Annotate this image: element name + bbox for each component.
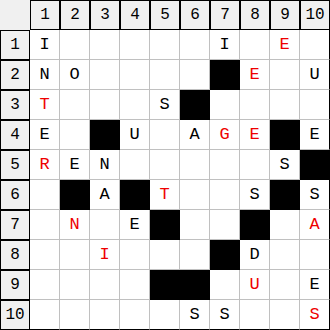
grid-cell-2-6[interactable]: [180, 60, 210, 90]
grid-cell-4-1[interactable]: E: [30, 120, 60, 150]
block-cell-4-9: [270, 120, 300, 150]
grid-cell-5-4[interactable]: [120, 150, 150, 180]
grid-cell-10-2[interactable]: [60, 300, 90, 330]
grid-cell-9-7[interactable]: [210, 270, 240, 300]
corner-cell: [0, 0, 30, 30]
grid-cell-10-7[interactable]: S: [210, 300, 240, 330]
grid-cell-10-8[interactable]: [240, 300, 270, 330]
block-cell-8-7: [210, 240, 240, 270]
row-header-7: 7: [0, 210, 30, 240]
grid-cell-9-3[interactable]: [90, 270, 120, 300]
grid-cell-10-9[interactable]: [270, 300, 300, 330]
grid-cell-1-2[interactable]: [60, 30, 90, 60]
grid-cell-7-3[interactable]: [90, 210, 120, 240]
grid-cell-10-5[interactable]: [150, 300, 180, 330]
row-header-10: 10: [0, 300, 30, 330]
col-header-2: 2: [60, 0, 90, 30]
grid-cell-1-8[interactable]: [240, 30, 270, 60]
block-cell-9-6: [180, 270, 210, 300]
grid-cell-1-4[interactable]: [120, 30, 150, 60]
grid-cell-9-1[interactable]: [30, 270, 60, 300]
col-header-1: 1: [30, 0, 60, 30]
block-cell-7-8: [240, 210, 270, 240]
crossword-board: 123456789101IIE2NOEU3TS4EUAGEE5RENS6ATSS…: [0, 0, 330, 330]
grid-cell-6-8[interactable]: S: [240, 180, 270, 210]
grid-cell-5-1[interactable]: R: [30, 150, 60, 180]
grid-cell-6-10[interactable]: S: [300, 180, 330, 210]
grid-cell-2-3[interactable]: [90, 60, 120, 90]
grid-cell-3-8[interactable]: [240, 90, 270, 120]
block-cell-4-3: [90, 120, 120, 150]
grid-cell-8-6[interactable]: [180, 240, 210, 270]
grid-cell-3-5[interactable]: S: [150, 90, 180, 120]
block-cell-3-6: [180, 90, 210, 120]
grid-cell-3-4[interactable]: [120, 90, 150, 120]
grid-cell-7-2[interactable]: N: [60, 210, 90, 240]
grid-cell-9-2[interactable]: [60, 270, 90, 300]
grid-cell-8-4[interactable]: [120, 240, 150, 270]
grid-cell-10-1[interactable]: [30, 300, 60, 330]
grid-cell-2-5[interactable]: [150, 60, 180, 90]
col-header-7: 7: [210, 0, 240, 30]
grid-cell-8-1[interactable]: [30, 240, 60, 270]
grid-cell-10-3[interactable]: [90, 300, 120, 330]
block-cell-5-10: [300, 150, 330, 180]
grid-cell-5-3[interactable]: N: [90, 150, 120, 180]
row-header-8: 8: [0, 240, 30, 270]
grid-cell-2-4[interactable]: [120, 60, 150, 90]
grid-cell-9-8[interactable]: U: [240, 270, 270, 300]
grid-cell-6-1[interactable]: [30, 180, 60, 210]
grid-cell-3-1[interactable]: T: [30, 90, 60, 120]
grid-cell-10-10[interactable]: S: [300, 300, 330, 330]
grid-cell-2-9[interactable]: [270, 60, 300, 90]
col-header-4: 4: [120, 0, 150, 30]
grid-cell-5-2[interactable]: E: [60, 150, 90, 180]
row-header-2: 2: [0, 60, 30, 90]
grid-cell-2-8[interactable]: E: [240, 60, 270, 90]
grid-cell-6-3[interactable]: A: [90, 180, 120, 210]
grid-cell-1-7[interactable]: I: [210, 30, 240, 60]
grid-cell-7-1[interactable]: [30, 210, 60, 240]
col-header-8: 8: [240, 0, 270, 30]
grid-cell-4-4[interactable]: U: [120, 120, 150, 150]
grid-cell-3-3[interactable]: [90, 90, 120, 120]
grid-cell-8-9[interactable]: [270, 240, 300, 270]
grid-cell-4-6[interactable]: A: [180, 120, 210, 150]
row-header-5: 5: [0, 150, 30, 180]
grid-cell-1-5[interactable]: [150, 30, 180, 60]
grid-cell-1-1[interactable]: I: [30, 30, 60, 60]
grid-cell-8-10[interactable]: [300, 240, 330, 270]
grid-cell-8-3[interactable]: I: [90, 240, 120, 270]
grid-cell-10-6[interactable]: S: [180, 300, 210, 330]
grid-cell-7-6[interactable]: [180, 210, 210, 240]
grid-cell-9-10[interactable]: E: [300, 270, 330, 300]
grid-cell-3-10[interactable]: [300, 90, 330, 120]
grid-cell-4-10[interactable]: E: [300, 120, 330, 150]
grid-cell-9-4[interactable]: [120, 270, 150, 300]
col-header-6: 6: [180, 0, 210, 30]
block-cell-6-2: [60, 180, 90, 210]
grid-cell-2-10[interactable]: U: [300, 60, 330, 90]
col-header-3: 3: [90, 0, 120, 30]
grid-cell-5-8[interactable]: [240, 150, 270, 180]
grid-cell-6-6[interactable]: [180, 180, 210, 210]
grid-cell-3-9[interactable]: [270, 90, 300, 120]
grid-cell-5-7[interactable]: [210, 150, 240, 180]
grid-cell-7-4[interactable]: E: [120, 210, 150, 240]
grid-cell-9-9[interactable]: [270, 270, 300, 300]
col-header-5: 5: [150, 0, 180, 30]
col-header-9: 9: [270, 0, 300, 30]
grid-cell-1-9[interactable]: E: [270, 30, 300, 60]
row-header-3: 3: [0, 90, 30, 120]
grid-cell-7-7[interactable]: [210, 210, 240, 240]
grid-cell-7-10[interactable]: A: [300, 210, 330, 240]
grid-cell-1-6[interactable]: [180, 30, 210, 60]
block-cell-2-7: [210, 60, 240, 90]
block-cell-6-9: [270, 180, 300, 210]
block-cell-6-4: [120, 180, 150, 210]
grid-cell-8-5[interactable]: [150, 240, 180, 270]
block-cell-9-5: [150, 270, 180, 300]
grid-cell-4-8[interactable]: E: [240, 120, 270, 150]
col-header-10: 10: [300, 0, 330, 30]
grid-cell-6-5[interactable]: T: [150, 180, 180, 210]
grid-cell-4-7[interactable]: G: [210, 120, 240, 150]
grid-cell-5-9[interactable]: S: [270, 150, 300, 180]
grid-cell-7-9[interactable]: [270, 210, 300, 240]
row-header-1: 1: [0, 30, 30, 60]
grid-cell-3-7[interactable]: [210, 90, 240, 120]
grid-cell-4-2[interactable]: [60, 120, 90, 150]
row-header-4: 4: [0, 120, 30, 150]
grid-cell-5-6[interactable]: [180, 150, 210, 180]
grid-cell-10-4[interactable]: [120, 300, 150, 330]
grid-cell-3-2[interactable]: [60, 90, 90, 120]
grid-cell-2-2[interactable]: O: [60, 60, 90, 90]
row-header-6: 6: [0, 180, 30, 210]
grid-cell-4-5[interactable]: [150, 120, 180, 150]
grid-cell-8-2[interactable]: [60, 240, 90, 270]
row-header-9: 9: [0, 270, 30, 300]
grid-cell-5-5[interactable]: [150, 150, 180, 180]
grid-cell-8-8[interactable]: D: [240, 240, 270, 270]
grid-cell-6-7[interactable]: [210, 180, 240, 210]
grid-cell-2-1[interactable]: N: [30, 60, 60, 90]
grid-cell-1-10[interactable]: [300, 30, 330, 60]
block-cell-7-5: [150, 210, 180, 240]
grid-cell-1-3[interactable]: [90, 30, 120, 60]
